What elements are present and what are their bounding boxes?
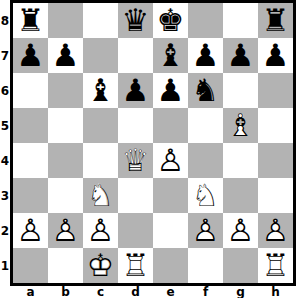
file-label-g: g: [223, 286, 258, 298]
square-a2[interactable]: ♟♙: [13, 213, 48, 248]
square-b3[interactable]: [48, 178, 83, 213]
piece-black-pawn[interactable]: ♟: [223, 38, 258, 73]
piece-white-outline-layer: ♔: [83, 248, 118, 283]
square-h8[interactable]: ♜: [258, 3, 293, 38]
rank-label-2: 2: [0, 213, 10, 248]
square-e3[interactable]: [153, 178, 188, 213]
piece-black-knight[interactable]: ♞: [188, 73, 223, 108]
square-c3[interactable]: ♞♘: [83, 178, 118, 213]
square-b8[interactable]: [48, 3, 83, 38]
square-h2[interactable]: ♟♙: [258, 213, 293, 248]
square-b4[interactable]: [48, 143, 83, 178]
square-f8[interactable]: [188, 3, 223, 38]
piece-white-rook[interactable]: ♜♖: [118, 248, 153, 283]
square-f6[interactable]: ♞: [188, 73, 223, 108]
square-f5[interactable]: [188, 108, 223, 143]
file-label-f: f: [188, 286, 223, 298]
file-label-e: e: [153, 286, 188, 298]
square-a1[interactable]: [13, 248, 48, 283]
file-label-a: a: [13, 286, 48, 298]
piece-white-outline-layer: ♙: [188, 213, 223, 248]
square-d3[interactable]: [118, 178, 153, 213]
square-b6[interactable]: [48, 73, 83, 108]
square-b7[interactable]: ♟: [48, 38, 83, 73]
square-d6[interactable]: ♟: [118, 73, 153, 108]
piece-white-bishop[interactable]: ♝♗: [223, 108, 258, 143]
square-g4[interactable]: [223, 143, 258, 178]
square-c4[interactable]: [83, 143, 118, 178]
square-c7[interactable]: [83, 38, 118, 73]
piece-black-king[interactable]: ♚: [153, 3, 188, 38]
piece-white-outline-layer: ♙: [83, 213, 118, 248]
square-a8[interactable]: ♜: [13, 3, 48, 38]
square-h7[interactable]: ♟: [258, 38, 293, 73]
piece-white-outline-layer: ♗: [223, 108, 258, 143]
piece-white-pawn[interactable]: ♟♙: [153, 143, 188, 178]
piece-black-queen[interactable]: ♛: [118, 3, 153, 38]
square-a5[interactable]: [13, 108, 48, 143]
square-f1[interactable]: [188, 248, 223, 283]
rank-label-5: 5: [0, 108, 10, 143]
square-d5[interactable]: [118, 108, 153, 143]
piece-black-bishop[interactable]: ♝: [153, 38, 188, 73]
piece-black-pawn[interactable]: ♟: [48, 38, 83, 73]
square-b5[interactable]: [48, 108, 83, 143]
square-b2[interactable]: ♟♙: [48, 213, 83, 248]
square-f3[interactable]: ♞♘: [188, 178, 223, 213]
piece-black-pawn[interactable]: ♟: [13, 38, 48, 73]
square-e8[interactable]: ♚: [153, 3, 188, 38]
piece-white-outline-layer: ♙: [258, 213, 293, 248]
file-label-b: b: [48, 286, 83, 298]
rank-label-6: 6: [0, 73, 10, 108]
square-f4[interactable]: [188, 143, 223, 178]
square-a6[interactable]: [13, 73, 48, 108]
square-h4[interactable]: [258, 143, 293, 178]
square-f7[interactable]: ♟: [188, 38, 223, 73]
file-label-h: h: [258, 286, 293, 298]
square-g6[interactable]: [223, 73, 258, 108]
piece-white-king[interactable]: ♚♔: [83, 248, 118, 283]
square-g3[interactable]: [223, 178, 258, 213]
square-d7[interactable]: [118, 38, 153, 73]
piece-white-outline-layer: ♖: [118, 248, 153, 283]
square-d8[interactable]: ♛: [118, 3, 153, 38]
rank-label-4: 4: [0, 143, 10, 178]
square-g5[interactable]: ♝♗: [223, 108, 258, 143]
square-e5[interactable]: [153, 108, 188, 143]
square-e6[interactable]: ♟: [153, 73, 188, 108]
piece-white-rook[interactable]: ♜♖: [258, 248, 293, 283]
chess-board: ♜♛♚♜♟♟♝♟♟♟♝♟♟♞♝♗♛♕♟♙♞♘♞♘♟♙♟♙♟♙♟♙♟♙♟♙♚♔♜♖…: [10, 0, 296, 286]
square-b1[interactable]: [48, 248, 83, 283]
piece-black-pawn[interactable]: ♟: [118, 73, 153, 108]
rank-label-7: 7: [0, 38, 10, 73]
square-f2[interactable]: ♟♙: [188, 213, 223, 248]
piece-white-queen[interactable]: ♛♕: [118, 143, 153, 178]
square-h5[interactable]: [258, 108, 293, 143]
file-label-d: d: [118, 286, 153, 298]
square-g1[interactable]: [223, 248, 258, 283]
piece-black-bishop[interactable]: ♝: [83, 73, 118, 108]
piece-white-pawn[interactable]: ♟♙: [188, 213, 223, 248]
piece-white-pawn[interactable]: ♟♙: [83, 213, 118, 248]
square-a3[interactable]: [13, 178, 48, 213]
piece-black-pawn[interactable]: ♟: [188, 38, 223, 73]
piece-white-pawn[interactable]: ♟♙: [13, 213, 48, 248]
piece-black-pawn[interactable]: ♟: [153, 73, 188, 108]
square-a7[interactable]: ♟: [13, 38, 48, 73]
piece-white-knight[interactable]: ♞♘: [83, 178, 118, 213]
square-c8[interactable]: [83, 3, 118, 38]
piece-white-knight[interactable]: ♞♘: [188, 178, 223, 213]
square-c2[interactable]: ♟♙: [83, 213, 118, 248]
rank-label-8: 8: [0, 3, 10, 38]
piece-white-pawn[interactable]: ♟♙: [223, 213, 258, 248]
rank-label-1: 1: [0, 248, 10, 283]
file-labels: abcdefgh: [13, 286, 296, 298]
rank-label-3: 3: [0, 178, 10, 213]
piece-white-pawn[interactable]: ♟♙: [258, 213, 293, 248]
square-e1[interactable]: [153, 248, 188, 283]
piece-white-outline-layer: ♙: [223, 213, 258, 248]
square-c5[interactable]: [83, 108, 118, 143]
piece-white-pawn[interactable]: ♟♙: [48, 213, 83, 248]
piece-white-outline-layer: ♙: [48, 213, 83, 248]
square-d1[interactable]: ♜♖: [118, 248, 153, 283]
square-g7[interactable]: ♟: [223, 38, 258, 73]
square-a4[interactable]: [13, 143, 48, 178]
piece-black-rook[interactable]: ♜: [258, 3, 293, 38]
square-c1[interactable]: ♚♔: [83, 248, 118, 283]
square-h3[interactable]: [258, 178, 293, 213]
square-h1[interactable]: ♜♖: [258, 248, 293, 283]
piece-white-outline-layer: ♙: [153, 143, 188, 178]
piece-white-outline-layer: ♙: [13, 213, 48, 248]
square-e4[interactable]: ♟♙: [153, 143, 188, 178]
square-e2[interactable]: [153, 213, 188, 248]
square-d2[interactable]: [118, 213, 153, 248]
piece-black-pawn[interactable]: ♟: [258, 38, 293, 73]
chess-diagram: 87654321 ♜♛♚♜♟♟♝♟♟♟♝♟♟♞♝♗♛♕♟♙♞♘♞♘♟♙♟♙♟♙♟…: [0, 0, 296, 298]
square-e7[interactable]: ♝: [153, 38, 188, 73]
piece-black-rook[interactable]: ♜: [13, 3, 48, 38]
piece-white-outline-layer: ♕: [118, 143, 153, 178]
square-h6[interactable]: [258, 73, 293, 108]
piece-white-outline-layer: ♖: [258, 248, 293, 283]
piece-white-outline-layer: ♘: [188, 178, 223, 213]
square-d4[interactable]: ♛♕: [118, 143, 153, 178]
square-g8[interactable]: [223, 3, 258, 38]
square-c6[interactable]: ♝: [83, 73, 118, 108]
rank-labels: 87654321: [0, 3, 10, 286]
square-g2[interactable]: ♟♙: [223, 213, 258, 248]
piece-white-outline-layer: ♘: [83, 178, 118, 213]
file-label-c: c: [83, 286, 118, 298]
